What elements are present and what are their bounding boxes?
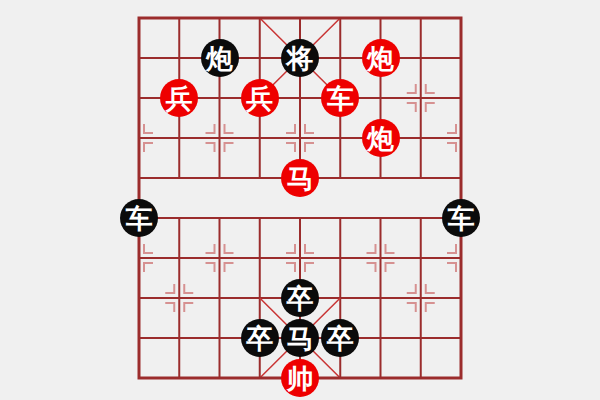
piece-red-soldier[interactable]: 兵 bbox=[160, 79, 198, 117]
piece-black-chariot[interactable]: 车 bbox=[120, 199, 158, 237]
piece-black-horse[interactable]: 马 bbox=[281, 319, 319, 357]
piece-black-soldier[interactable]: 卒 bbox=[321, 319, 359, 357]
piece-black-soldier[interactable]: 卒 bbox=[281, 279, 319, 317]
piece-red-horse[interactable]: 马 bbox=[281, 159, 319, 197]
piece-red-general[interactable]: 帅 bbox=[281, 359, 319, 397]
piece-red-chariot[interactable]: 车 bbox=[321, 79, 359, 117]
piece-black-general[interactable]: 将 bbox=[281, 39, 319, 77]
piece-red-cannon[interactable]: 炮 bbox=[362, 119, 400, 157]
piece-red-cannon[interactable]: 炮 bbox=[362, 39, 400, 77]
piece-black-cannon[interactable]: 炮 bbox=[201, 39, 239, 77]
piece-red-soldier[interactable]: 兵 bbox=[241, 79, 279, 117]
board-intersections: 炮将炮兵兵车炮马车车卒卒马卒帅 bbox=[119, 0, 481, 398]
piece-black-soldier[interactable]: 卒 bbox=[241, 319, 279, 357]
xiangqi-board-diagram: 炮将炮兵兵车炮马车车卒卒马卒帅 bbox=[0, 0, 600, 400]
piece-black-chariot[interactable]: 车 bbox=[442, 199, 480, 237]
